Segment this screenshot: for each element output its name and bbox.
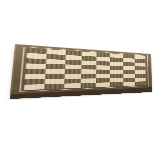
board-square — [80, 83, 96, 88]
board-square — [63, 83, 80, 88]
board-square — [45, 84, 64, 90]
board-square — [135, 81, 146, 85]
board-square — [110, 82, 123, 87]
board-product-photo — [0, 0, 160, 160]
board-playing-field — [24, 48, 146, 90]
chess-board — [10, 44, 152, 94]
board-square — [24, 84, 45, 90]
board-square — [96, 82, 110, 87]
board-square — [123, 82, 135, 86]
